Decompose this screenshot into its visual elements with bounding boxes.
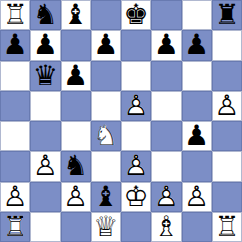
square-f1[interactable]: ♝♗ (151, 212, 181, 242)
square-d8[interactable] (91, 0, 121, 30)
black-pawn-g7[interactable]: ♟ (182, 30, 212, 60)
white-knight-d4[interactable]: ♞♘ (91, 121, 121, 151)
black-bishop-c8[interactable]: ♝ (61, 0, 91, 30)
white-rook-a1[interactable]: ♜♖ (0, 212, 30, 242)
square-a7[interactable]: ♟ (0, 30, 30, 60)
square-f6[interactable] (151, 61, 181, 91)
piece-glyph: ♟ (0, 30, 30, 60)
square-g8[interactable] (182, 0, 212, 30)
square-h3[interactable] (212, 151, 242, 181)
square-h8[interactable]: ♜ (212, 0, 242, 30)
piece-glyph: ♟ (61, 61, 91, 91)
square-b5[interactable] (30, 91, 60, 121)
square-b8[interactable]: ♞ (30, 0, 60, 30)
square-h2[interactable] (212, 182, 242, 212)
square-d4[interactable]: ♞♘ (91, 121, 121, 151)
white-pawn-e5[interactable]: ♟♙ (121, 91, 151, 121)
white-bishop-f1[interactable]: ♝♗ (151, 212, 181, 242)
black-rook-h8[interactable]: ♜ (212, 0, 242, 30)
piece-glyph: ♞ (30, 0, 60, 30)
square-e8[interactable]: ♚ (121, 0, 151, 30)
piece-outline: ♔ (121, 182, 151, 212)
piece-outline: ♙ (121, 91, 151, 121)
square-d6[interactable] (91, 61, 121, 91)
white-pawn-h5[interactable]: ♟♙ (212, 91, 242, 121)
square-a6[interactable] (0, 61, 30, 91)
square-d1[interactable]: ♛♕ (91, 212, 121, 242)
black-pawn-b7[interactable]: ♟ (30, 30, 60, 60)
piece-glyph: ♞ (61, 151, 91, 181)
square-g4[interactable]: ♟ (182, 121, 212, 151)
black-pawn-d7[interactable]: ♟ (91, 30, 121, 60)
black-knight-c3[interactable]: ♞ (61, 151, 91, 181)
piece-outline: ♗ (151, 212, 181, 242)
white-pawn-b3[interactable]: ♟♙ (30, 151, 60, 181)
square-b3[interactable]: ♟♙ (30, 151, 60, 181)
piece-glyph: ♝ (91, 182, 121, 212)
white-pawn-a2[interactable]: ♟♙ (0, 182, 30, 212)
piece-outline: ♖ (212, 212, 242, 242)
square-e7[interactable] (121, 30, 151, 60)
square-g7[interactable]: ♟ (182, 30, 212, 60)
square-f2[interactable]: ♟♙ (151, 182, 181, 212)
square-b2[interactable] (30, 182, 60, 212)
square-h6[interactable] (212, 61, 242, 91)
black-pawn-g4[interactable]: ♟ (182, 121, 212, 151)
square-a2[interactable]: ♟♙ (0, 182, 30, 212)
square-a4[interactable] (0, 121, 30, 151)
piece-outline: ♙ (212, 91, 242, 121)
piece-glyph: ♜ (212, 0, 242, 30)
white-queen-d1[interactable]: ♛♕ (91, 212, 121, 242)
piece-glyph: ♟ (91, 30, 121, 60)
square-b6[interactable]: ♛ (30, 61, 60, 91)
square-d5[interactable] (91, 91, 121, 121)
square-c8[interactable]: ♝ (61, 0, 91, 30)
piece-glyph: ♝ (61, 0, 91, 30)
white-rook-a8[interactable]: ♜♖ (0, 0, 30, 30)
black-knight-b8[interactable]: ♞ (30, 0, 60, 30)
piece-glyph: ♟ (182, 121, 212, 151)
piece-outline: ♙ (182, 182, 212, 212)
square-b7[interactable]: ♟ (30, 30, 60, 60)
square-h1[interactable]: ♜♖ (212, 212, 242, 242)
square-e2[interactable]: ♚♔ (121, 182, 151, 212)
piece-outline: ♖ (0, 212, 30, 242)
piece-outline: ♙ (0, 182, 30, 212)
black-queen-b6[interactable]: ♛ (30, 61, 60, 91)
piece-outline: ♙ (121, 151, 151, 181)
square-a5[interactable] (0, 91, 30, 121)
square-d3[interactable] (91, 151, 121, 181)
piece-glyph: ♟ (151, 30, 181, 60)
white-pawn-c2[interactable]: ♟♙ (61, 182, 91, 212)
square-e5[interactable]: ♟♙ (121, 91, 151, 121)
chess-board: ♜♖♞♝♚♜♟♟♟♟♟♛♟♟♙♟♙♞♘♟♟♙♞♟♙♟♙♟♙♝♚♔♟♙♟♙♜♖♛♕… (0, 0, 242, 242)
square-g2[interactable]: ♟♙ (182, 182, 212, 212)
square-h5[interactable]: ♟♙ (212, 91, 242, 121)
square-c3[interactable]: ♞ (61, 151, 91, 181)
square-c2[interactable]: ♟♙ (61, 182, 91, 212)
square-f4[interactable] (151, 121, 181, 151)
square-b4[interactable] (30, 121, 60, 151)
white-king-e2[interactable]: ♚♔ (121, 182, 151, 212)
square-e3[interactable]: ♟♙ (121, 151, 151, 181)
piece-outline: ♘ (91, 121, 121, 151)
square-a3[interactable] (0, 151, 30, 181)
square-b1[interactable] (30, 212, 60, 242)
white-rook-h1[interactable]: ♜♖ (212, 212, 242, 242)
square-a8[interactable]: ♜♖ (0, 0, 30, 30)
square-g1[interactable] (182, 212, 212, 242)
black-king-e8[interactable]: ♚ (121, 0, 151, 30)
square-f7[interactable]: ♟ (151, 30, 181, 60)
square-f5[interactable] (151, 91, 181, 121)
square-e4[interactable] (121, 121, 151, 151)
black-bishop-d2[interactable]: ♝ (91, 182, 121, 212)
piece-outline: ♕ (91, 212, 121, 242)
square-h7[interactable] (212, 30, 242, 60)
square-g5[interactable] (182, 91, 212, 121)
square-a1[interactable]: ♜♖ (0, 212, 30, 242)
piece-outline: ♖ (0, 0, 30, 30)
square-g6[interactable] (182, 61, 212, 91)
square-c6[interactable]: ♟ (61, 61, 91, 91)
square-e6[interactable] (121, 61, 151, 91)
black-pawn-f7[interactable]: ♟ (151, 30, 181, 60)
piece-glyph: ♚ (121, 0, 151, 30)
square-e1[interactable] (121, 212, 151, 242)
square-d7[interactable]: ♟ (91, 30, 121, 60)
piece-outline: ♙ (151, 182, 181, 212)
piece-outline: ♙ (61, 182, 91, 212)
piece-glyph: ♛ (30, 61, 60, 91)
black-pawn-a7[interactable]: ♟ (0, 30, 30, 60)
square-c7[interactable] (61, 30, 91, 60)
square-h4[interactable] (212, 121, 242, 151)
piece-glyph: ♟ (182, 30, 212, 60)
square-d2[interactable]: ♝ (91, 182, 121, 212)
square-c5[interactable] (61, 91, 91, 121)
square-f8[interactable] (151, 0, 181, 30)
white-pawn-f2[interactable]: ♟♙ (151, 182, 181, 212)
square-g3[interactable] (182, 151, 212, 181)
piece-outline: ♙ (30, 151, 60, 181)
black-pawn-c6[interactable]: ♟ (61, 61, 91, 91)
square-f3[interactable] (151, 151, 181, 181)
white-pawn-e3[interactable]: ♟♙ (121, 151, 151, 181)
square-c4[interactable] (61, 121, 91, 151)
piece-glyph: ♟ (30, 30, 60, 60)
white-pawn-g2[interactable]: ♟♙ (182, 182, 212, 212)
square-c1[interactable] (61, 212, 91, 242)
